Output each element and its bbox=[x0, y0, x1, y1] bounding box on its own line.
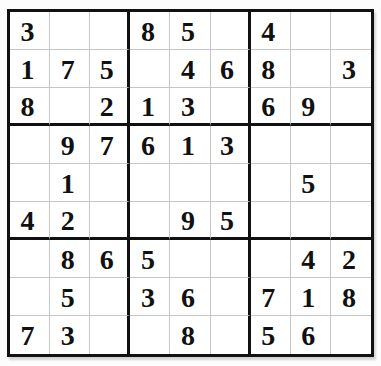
sudoku-cell[interactable]: 8 bbox=[331, 278, 371, 316]
sudoku-cell[interactable]: 3 bbox=[170, 88, 210, 126]
sudoku-cell[interactable]: 7 bbox=[10, 316, 50, 354]
sudoku-cell[interactable]: 1 bbox=[291, 278, 331, 316]
sudoku-cell[interactable] bbox=[331, 202, 371, 240]
sudoku-cell[interactable] bbox=[90, 202, 130, 240]
sudoku-cell[interactable]: 8 bbox=[170, 316, 210, 354]
sudoku-cell[interactable]: 6 bbox=[291, 316, 331, 354]
sudoku-cell[interactable]: 2 bbox=[50, 202, 90, 240]
sudoku-cell[interactable] bbox=[331, 316, 371, 354]
sudoku-cell[interactable] bbox=[211, 12, 251, 50]
sudoku-cell[interactable]: 3 bbox=[130, 278, 170, 316]
sudoku-cell[interactable]: 7 bbox=[50, 50, 90, 88]
sudoku-cell[interactable] bbox=[90, 164, 130, 202]
sudoku-puzzle: 3854175468382136997613154295865425367187… bbox=[0, 0, 381, 366]
sudoku-cell[interactable]: 6 bbox=[90, 240, 130, 278]
sudoku-cell[interactable] bbox=[130, 164, 170, 202]
sudoku-cell[interactable] bbox=[211, 164, 251, 202]
sudoku-cell[interactable]: 3 bbox=[211, 126, 251, 164]
sudoku-cell[interactable]: 2 bbox=[331, 240, 371, 278]
sudoku-cell[interactable] bbox=[170, 164, 210, 202]
sudoku-cell[interactable]: 1 bbox=[50, 164, 90, 202]
sudoku-cell[interactable] bbox=[291, 12, 331, 50]
sudoku-cell[interactable] bbox=[10, 278, 50, 316]
sudoku-cell[interactable]: 4 bbox=[251, 12, 291, 50]
sudoku-cell[interactable] bbox=[90, 12, 130, 50]
sudoku-cell[interactable] bbox=[10, 164, 50, 202]
sudoku-cell[interactable] bbox=[50, 88, 90, 126]
sudoku-cell[interactable]: 3 bbox=[10, 12, 50, 50]
sudoku-cell[interactable]: 1 bbox=[10, 50, 50, 88]
sudoku-cell[interactable] bbox=[291, 50, 331, 88]
sudoku-cell[interactable]: 7 bbox=[90, 126, 130, 164]
sudoku-cell[interactable]: 3 bbox=[331, 50, 371, 88]
sudoku-cell[interactable]: 4 bbox=[170, 50, 210, 88]
sudoku-cell[interactable] bbox=[251, 126, 291, 164]
sudoku-cell[interactable] bbox=[291, 126, 331, 164]
sudoku-cell[interactable] bbox=[90, 316, 130, 354]
sudoku-cell[interactable]: 1 bbox=[130, 88, 170, 126]
sudoku-cell[interactable] bbox=[10, 240, 50, 278]
sudoku-cell[interactable] bbox=[251, 240, 291, 278]
sudoku-cell[interactable] bbox=[170, 240, 210, 278]
sudoku-cell[interactable]: 5 bbox=[170, 12, 210, 50]
sudoku-cell[interactable]: 9 bbox=[291, 88, 331, 126]
sudoku-cell[interactable]: 8 bbox=[50, 240, 90, 278]
sudoku-cell[interactable]: 5 bbox=[291, 164, 331, 202]
sudoku-cell[interactable] bbox=[211, 88, 251, 126]
sudoku-cell[interactable]: 8 bbox=[130, 12, 170, 50]
sudoku-cell[interactable]: 5 bbox=[90, 50, 130, 88]
sudoku-cell[interactable] bbox=[331, 12, 371, 50]
sudoku-cell[interactable]: 9 bbox=[50, 126, 90, 164]
sudoku-cell[interactable]: 9 bbox=[170, 202, 210, 240]
sudoku-cell[interactable] bbox=[211, 278, 251, 316]
sudoku-cell[interactable]: 5 bbox=[251, 316, 291, 354]
sudoku-cell[interactable]: 8 bbox=[10, 88, 50, 126]
sudoku-cell[interactable]: 6 bbox=[211, 50, 251, 88]
sudoku-cell[interactable] bbox=[211, 316, 251, 354]
sudoku-cell[interactable]: 4 bbox=[291, 240, 331, 278]
sudoku-cell[interactable]: 1 bbox=[170, 126, 210, 164]
sudoku-cell[interactable] bbox=[10, 126, 50, 164]
sudoku-cell[interactable] bbox=[331, 88, 371, 126]
sudoku-cell[interactable] bbox=[211, 240, 251, 278]
sudoku-cell[interactable] bbox=[50, 12, 90, 50]
sudoku-cell[interactable] bbox=[331, 164, 371, 202]
sudoku-cell[interactable]: 7 bbox=[251, 278, 291, 316]
sudoku-cell[interactable] bbox=[291, 202, 331, 240]
sudoku-cell[interactable] bbox=[331, 126, 371, 164]
sudoku-cell[interactable]: 6 bbox=[130, 126, 170, 164]
sudoku-cell[interactable]: 5 bbox=[211, 202, 251, 240]
sudoku-cell[interactable]: 5 bbox=[50, 278, 90, 316]
sudoku-cell[interactable]: 6 bbox=[170, 278, 210, 316]
sudoku-cell[interactable] bbox=[90, 278, 130, 316]
sudoku-cell[interactable]: 8 bbox=[251, 50, 291, 88]
sudoku-cell[interactable]: 2 bbox=[90, 88, 130, 126]
sudoku-cell[interactable] bbox=[251, 202, 291, 240]
sudoku-cell[interactable]: 3 bbox=[50, 316, 90, 354]
sudoku-cell[interactable]: 4 bbox=[10, 202, 50, 240]
sudoku-cell[interactable] bbox=[130, 202, 170, 240]
sudoku-cell[interactable]: 5 bbox=[130, 240, 170, 278]
sudoku-cell[interactable]: 6 bbox=[251, 88, 291, 126]
sudoku-cell[interactable] bbox=[130, 316, 170, 354]
sudoku-board: 3854175468382136997613154295865425367187… bbox=[7, 9, 374, 357]
sudoku-cell[interactable] bbox=[251, 164, 291, 202]
sudoku-cell[interactable] bbox=[130, 50, 170, 88]
